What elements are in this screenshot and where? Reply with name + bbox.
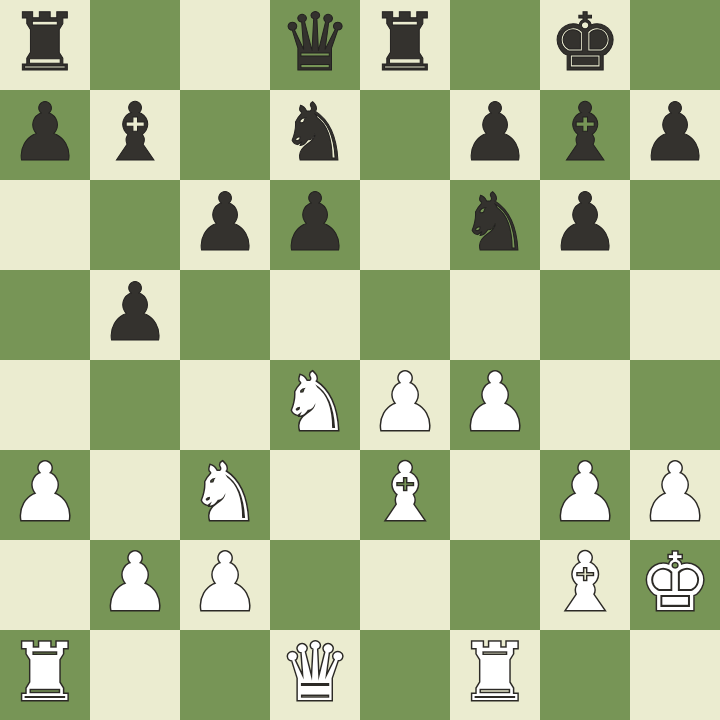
- piece-white-pawn[interactable]: ♟: [189, 543, 261, 623]
- square-b2[interactable]: ♟: [90, 540, 180, 630]
- square-h6[interactable]: [630, 180, 720, 270]
- square-b6[interactable]: [90, 180, 180, 270]
- square-e3[interactable]: ♝: [360, 450, 450, 540]
- piece-white-knight[interactable]: ♞: [279, 363, 351, 443]
- piece-black-pawn[interactable]: ♟: [639, 93, 711, 173]
- piece-white-pawn[interactable]: ♟: [99, 543, 171, 623]
- square-b3[interactable]: [90, 450, 180, 540]
- square-b7[interactable]: ♝: [90, 90, 180, 180]
- piece-white-pawn[interactable]: ♟: [639, 453, 711, 533]
- square-f2[interactable]: [450, 540, 540, 630]
- square-d1[interactable]: ♛: [270, 630, 360, 720]
- piece-black-bishop[interactable]: ♝: [549, 93, 621, 173]
- square-f8[interactable]: [450, 0, 540, 90]
- square-h1[interactable]: [630, 630, 720, 720]
- piece-white-pawn[interactable]: ♟: [369, 363, 441, 443]
- square-g8[interactable]: ♚: [540, 0, 630, 90]
- piece-white-pawn[interactable]: ♟: [459, 363, 531, 443]
- piece-white-bishop[interactable]: ♝: [549, 543, 621, 623]
- piece-black-pawn[interactable]: ♟: [549, 183, 621, 263]
- piece-black-pawn[interactable]: ♟: [9, 93, 81, 173]
- square-a1[interactable]: ♜: [0, 630, 90, 720]
- square-c2[interactable]: ♟: [180, 540, 270, 630]
- piece-white-knight[interactable]: ♞: [189, 453, 261, 533]
- square-g1[interactable]: [540, 630, 630, 720]
- square-c8[interactable]: [180, 0, 270, 90]
- square-c7[interactable]: [180, 90, 270, 180]
- piece-black-pawn[interactable]: ♟: [99, 273, 171, 353]
- square-c6[interactable]: ♟: [180, 180, 270, 270]
- square-d4[interactable]: ♞: [270, 360, 360, 450]
- square-d7[interactable]: ♞: [270, 90, 360, 180]
- square-a5[interactable]: [0, 270, 90, 360]
- square-d5[interactable]: [270, 270, 360, 360]
- piece-white-queen[interactable]: ♛: [279, 633, 351, 713]
- piece-black-bishop[interactable]: ♝: [99, 93, 171, 173]
- piece-black-pawn[interactable]: ♟: [189, 183, 261, 263]
- square-g4[interactable]: [540, 360, 630, 450]
- square-c5[interactable]: [180, 270, 270, 360]
- square-b4[interactable]: [90, 360, 180, 450]
- square-e1[interactable]: [360, 630, 450, 720]
- square-f6[interactable]: ♞: [450, 180, 540, 270]
- square-h8[interactable]: [630, 0, 720, 90]
- square-d3[interactable]: [270, 450, 360, 540]
- square-h7[interactable]: ♟: [630, 90, 720, 180]
- square-f1[interactable]: ♜: [450, 630, 540, 720]
- square-c3[interactable]: ♞: [180, 450, 270, 540]
- square-a6[interactable]: [0, 180, 90, 270]
- square-g5[interactable]: [540, 270, 630, 360]
- piece-black-king[interactable]: ♚: [549, 3, 621, 83]
- square-g6[interactable]: ♟: [540, 180, 630, 270]
- square-c4[interactable]: [180, 360, 270, 450]
- piece-black-pawn[interactable]: ♟: [279, 183, 351, 263]
- piece-white-rook[interactable]: ♜: [459, 633, 531, 713]
- piece-black-rook[interactable]: ♜: [369, 3, 441, 83]
- chess-board: ♜♛♜♚♟♝♞♟♝♟♟♟♞♟♟♞♟♟♟♞♝♟♟♟♟♝♚♜♛♜: [0, 0, 720, 720]
- square-f4[interactable]: ♟: [450, 360, 540, 450]
- piece-white-bishop[interactable]: ♝: [369, 453, 441, 533]
- square-a3[interactable]: ♟: [0, 450, 90, 540]
- square-f5[interactable]: [450, 270, 540, 360]
- square-a7[interactable]: ♟: [0, 90, 90, 180]
- square-e6[interactable]: [360, 180, 450, 270]
- piece-white-king[interactable]: ♚: [639, 543, 711, 623]
- piece-black-knight[interactable]: ♞: [459, 183, 531, 263]
- square-e8[interactable]: ♜: [360, 0, 450, 90]
- square-g7[interactable]: ♝: [540, 90, 630, 180]
- square-e4[interactable]: ♟: [360, 360, 450, 450]
- square-a4[interactable]: [0, 360, 90, 450]
- square-h3[interactable]: ♟: [630, 450, 720, 540]
- square-h2[interactable]: ♚: [630, 540, 720, 630]
- piece-white-pawn[interactable]: ♟: [9, 453, 81, 533]
- square-h4[interactable]: [630, 360, 720, 450]
- piece-black-pawn[interactable]: ♟: [459, 93, 531, 173]
- square-e7[interactable]: [360, 90, 450, 180]
- square-b8[interactable]: [90, 0, 180, 90]
- square-f7[interactable]: ♟: [450, 90, 540, 180]
- square-b5[interactable]: ♟: [90, 270, 180, 360]
- square-d8[interactable]: ♛: [270, 0, 360, 90]
- piece-black-queen[interactable]: ♛: [279, 3, 351, 83]
- piece-white-rook[interactable]: ♜: [9, 633, 81, 713]
- square-a8[interactable]: ♜: [0, 0, 90, 90]
- piece-black-rook[interactable]: ♜: [9, 3, 81, 83]
- square-g2[interactable]: ♝: [540, 540, 630, 630]
- square-d2[interactable]: [270, 540, 360, 630]
- square-e5[interactable]: [360, 270, 450, 360]
- piece-black-knight[interactable]: ♞: [279, 93, 351, 173]
- square-f3[interactable]: [450, 450, 540, 540]
- square-e2[interactable]: [360, 540, 450, 630]
- square-h5[interactable]: [630, 270, 720, 360]
- square-d6[interactable]: ♟: [270, 180, 360, 270]
- square-g3[interactable]: ♟: [540, 450, 630, 540]
- square-b1[interactable]: [90, 630, 180, 720]
- square-c1[interactable]: [180, 630, 270, 720]
- piece-white-pawn[interactable]: ♟: [549, 453, 621, 533]
- square-a2[interactable]: [0, 540, 90, 630]
